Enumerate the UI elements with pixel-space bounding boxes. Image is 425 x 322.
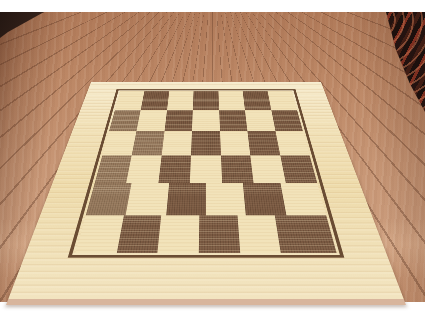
board-cell-cream — [137, 110, 167, 131]
board-cell-brown — [193, 91, 219, 110]
board-row — [102, 131, 309, 155]
board-cell-brown — [271, 110, 303, 131]
board-cell-cream — [275, 131, 309, 155]
board-cell-cream — [206, 183, 246, 215]
board-cell-brown — [164, 110, 193, 131]
board-cell-brown — [132, 131, 164, 155]
board-cell-brown — [158, 155, 191, 183]
board-cell-cream — [220, 131, 251, 155]
board-cell-brown — [275, 215, 337, 253]
board-cell-brown — [191, 131, 221, 155]
board-cell-cream — [218, 91, 245, 110]
board-cell-brown — [116, 215, 161, 253]
board-cell-brown — [280, 155, 317, 183]
board-cell-cream — [267, 91, 297, 110]
board-cell-brown — [141, 91, 169, 110]
board-row — [109, 110, 303, 131]
photo-checkerboard-rug-scene: { "game": "checkers-style checkerboard (… — [0, 0, 425, 322]
board-row — [86, 183, 326, 215]
board-cell-brown — [243, 91, 271, 110]
board-cell-brown — [166, 183, 206, 215]
board-row — [115, 91, 297, 110]
board-cell-cream — [192, 110, 220, 131]
board-cell-cream — [115, 91, 145, 110]
board-cell-cream — [237, 215, 281, 253]
board-cell-brown — [221, 155, 254, 183]
board-cell-cream — [190, 155, 222, 183]
board-cell-cream — [158, 215, 200, 253]
board-cell-brown — [243, 183, 286, 215]
board-cell-brown — [109, 110, 141, 131]
board-row — [95, 155, 318, 183]
board-row — [75, 215, 336, 253]
board-cell-cream — [126, 155, 161, 183]
board-cell-cream — [280, 183, 326, 215]
board-cell-brown — [199, 215, 240, 253]
board-cell-brown — [219, 110, 248, 131]
board-cell-cream — [162, 131, 193, 155]
board-cell-cream — [126, 183, 169, 215]
checkerboard-grid — [75, 91, 336, 253]
board-cell-cream — [167, 91, 194, 110]
board-cell-brown — [86, 183, 132, 215]
checkerboard-field — [68, 89, 345, 257]
